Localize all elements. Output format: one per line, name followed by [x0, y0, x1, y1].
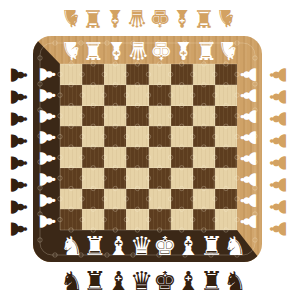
square-f4 — [171, 147, 193, 168]
loose-pieces-top-queen: ♛ — [126, 6, 148, 30]
square-e8 — [149, 64, 171, 85]
square-d8 — [126, 64, 148, 85]
square-e6 — [149, 106, 171, 127]
square-f6 — [171, 106, 193, 127]
loose-pieces-bottom-queen: ♛ — [130, 268, 153, 294]
square-b1 — [82, 209, 104, 230]
frame-cutouts-bottom-queen: ♛ — [130, 233, 153, 259]
loose-pieces-right-pawn: ♟ — [267, 219, 289, 239]
frame-cutouts-bottom-rook: ♜ — [83, 233, 106, 259]
square-e7 — [149, 85, 171, 106]
frame-cutouts-left-pawn: ♟ — [36, 107, 57, 126]
square-g5 — [193, 126, 215, 147]
square-e5 — [149, 126, 171, 147]
loose-pieces-top-knight: ♞ — [215, 6, 237, 30]
frame-cutouts-bottom-knight: ♞ — [223, 233, 246, 259]
square-g7 — [193, 85, 215, 106]
square-g6 — [193, 106, 215, 127]
loose-pieces-right: ♟♟♟♟♟♟♟♟ — [264, 64, 293, 230]
square-a3 — [60, 168, 82, 189]
frame-cutouts-left-pawn: ♟ — [36, 149, 57, 168]
loose-pieces-top-rook: ♜ — [193, 6, 215, 30]
frame-cutouts-left-pawn: ♟ — [36, 212, 57, 231]
square-c4 — [104, 147, 126, 168]
frame-cutouts-left-pawn: ♟ — [36, 86, 57, 105]
frame-cutouts-right-pawn: ♟ — [239, 191, 260, 210]
square-a1 — [60, 209, 82, 230]
loose-pieces-bottom-bishop: ♝ — [107, 268, 130, 294]
square-e2 — [149, 189, 171, 210]
frame-cutouts-top-queen: ♛ — [127, 38, 149, 63]
loose-pieces-top-knight: ♞ — [60, 6, 82, 30]
square-b6 — [82, 106, 104, 127]
square-a2 — [60, 189, 82, 210]
loose-pieces-left-pawn: ♟ — [6, 87, 28, 107]
square-h3 — [215, 168, 237, 189]
loose-pieces-right-pawn: ♟ — [267, 109, 289, 129]
square-f7 — [171, 85, 193, 106]
loose-pieces-top: ♞♜♝♛♚♝♜♞ — [60, 2, 237, 33]
frame-cutouts-top-bishop: ♝ — [172, 38, 194, 63]
square-h4 — [215, 147, 237, 168]
square-d7 — [126, 85, 148, 106]
square-h1 — [215, 209, 237, 230]
square-d1 — [126, 209, 148, 230]
loose-pieces-left-pawn: ♟ — [6, 131, 28, 151]
frame-cutouts-top-knight: ♞ — [217, 38, 239, 63]
square-g8 — [193, 64, 215, 85]
square-a4 — [60, 147, 82, 168]
frame-cutouts-bottom-rook: ♜ — [200, 233, 223, 259]
loose-pieces-left-pawn: ♟ — [6, 65, 28, 85]
square-f5 — [171, 126, 193, 147]
frame-cutouts-right-pawn: ♟ — [239, 65, 260, 84]
square-b8 — [82, 64, 104, 85]
square-h8 — [215, 64, 237, 85]
loose-pieces-bottom-rook: ♜ — [83, 268, 106, 294]
frame-cutouts-bottom: ♞♜♝♛♚♝♜♞ — [60, 230, 237, 262]
square-c6 — [104, 106, 126, 127]
frame-cutouts-right-pawn: ♟ — [239, 86, 260, 105]
square-c8 — [104, 64, 126, 85]
loose-pieces-top-king: ♚ — [149, 6, 171, 30]
square-d3 — [126, 168, 148, 189]
frame-cutouts-right-pawn: ♟ — [239, 107, 260, 126]
loose-pieces-left-pawn: ♟ — [6, 153, 28, 173]
loose-pieces-right-pawn: ♟ — [267, 175, 289, 195]
square-f2 — [171, 189, 193, 210]
square-h5 — [215, 126, 237, 147]
loose-pieces-bottom-knight: ♞ — [60, 268, 83, 294]
square-d2 — [126, 189, 148, 210]
loose-pieces-top-rook: ♜ — [82, 6, 104, 30]
square-b3 — [82, 168, 104, 189]
loose-pieces-bottom-bishop: ♝ — [177, 268, 200, 294]
frame-cutouts-right-pawn: ♟ — [239, 149, 260, 168]
frame-cutouts-top: ♞♜♝♛♚♝♜♞ — [60, 36, 237, 64]
square-h7 — [215, 85, 237, 106]
square-c5 — [104, 126, 126, 147]
loose-pieces-top-bishop: ♝ — [104, 6, 126, 30]
frame-cutouts-top-knight: ♞ — [60, 38, 82, 63]
square-d5 — [126, 126, 148, 147]
square-e4 — [149, 147, 171, 168]
loose-pieces-right-pawn: ♟ — [267, 131, 289, 151]
loose-pieces-left: ♟♟♟♟♟♟♟♟ — [3, 64, 32, 230]
frame-cutouts-left-pawn: ♟ — [36, 170, 57, 189]
square-e3 — [149, 168, 171, 189]
square-d4 — [126, 147, 148, 168]
frame-cutouts-top-rook: ♜ — [195, 38, 217, 63]
square-h6 — [215, 106, 237, 127]
frame-cutouts-bottom-king: ♚ — [153, 233, 176, 259]
loose-pieces-right-pawn: ♟ — [267, 87, 289, 107]
square-c3 — [104, 168, 126, 189]
loose-pieces-bottom: ♞♜♝♛♚♝♜♞ — [60, 264, 237, 298]
loose-pieces-bottom-king: ♚ — [153, 268, 176, 294]
frame-cutouts-top-king: ♚ — [150, 38, 172, 63]
square-a8 — [60, 64, 82, 85]
square-b4 — [82, 147, 104, 168]
frame-cutouts-right-pawn: ♟ — [239, 212, 260, 231]
frame-cutouts-bottom-bishop: ♝ — [107, 233, 130, 259]
frame-cutouts-left-pawn: ♟ — [36, 191, 57, 210]
square-c2 — [104, 189, 126, 210]
square-b5 — [82, 126, 104, 147]
square-b2 — [82, 189, 104, 210]
loose-pieces-bottom-rook: ♜ — [200, 268, 223, 294]
square-f3 — [171, 168, 193, 189]
puzzle-chessboard: ♞♜♝♛♚♝♜♞ ♞♜♝♛♚♝♜♞ ♟♟♟♟♟♟♟♟ ♟♟♟♟♟♟♟♟ — [33, 36, 262, 262]
square-b7 — [82, 85, 104, 106]
frame-cutouts-bottom-bishop: ♝ — [177, 233, 200, 259]
square-d6 — [126, 106, 148, 127]
loose-pieces-top-bishop: ♝ — [171, 6, 193, 30]
loose-pieces-left-pawn: ♟ — [6, 219, 28, 239]
square-h2 — [215, 189, 237, 210]
product-photo-stage: ♞♜♝♛♚♝♜♞ ♞♜♝♛♚♝♜♞ ♞♜♝♛♚♝♜♞ ♟♟♟♟♟♟♟♟ ♟♟♟♟… — [0, 0, 296, 300]
square-f8 — [171, 64, 193, 85]
square-g4 — [193, 147, 215, 168]
frame-cutouts-bottom-knight: ♞ — [60, 233, 83, 259]
loose-pieces-right-pawn: ♟ — [267, 197, 289, 217]
loose-pieces-left-pawn: ♟ — [6, 175, 28, 195]
frame-cutouts-right-pawn: ♟ — [239, 128, 260, 147]
square-g1 — [193, 209, 215, 230]
loose-pieces-left-pawn: ♟ — [6, 109, 28, 129]
square-a6 — [60, 106, 82, 127]
square-g3 — [193, 168, 215, 189]
chessboard — [60, 64, 237, 230]
frame-cutouts-right: ♟♟♟♟♟♟♟♟ — [237, 64, 262, 230]
loose-pieces-right-pawn: ♟ — [267, 153, 289, 173]
loose-pieces-right-pawn: ♟ — [267, 65, 289, 85]
square-c1 — [104, 209, 126, 230]
square-e1 — [149, 209, 171, 230]
frame-cutouts-left-pawn: ♟ — [36, 128, 57, 147]
frame-cutouts-left: ♟♟♟♟♟♟♟♟ — [33, 64, 60, 230]
frame-cutouts-right-pawn: ♟ — [239, 170, 260, 189]
loose-pieces-left-pawn: ♟ — [6, 197, 28, 217]
frame-cutouts-top-rook: ♜ — [82, 38, 104, 63]
square-f1 — [171, 209, 193, 230]
frame-cutouts-top-bishop: ♝ — [105, 38, 127, 63]
loose-pieces-bottom-knight: ♞ — [223, 268, 246, 294]
square-a5 — [60, 126, 82, 147]
square-a7 — [60, 85, 82, 106]
square-g2 — [193, 189, 215, 210]
frame-cutouts-left-pawn: ♟ — [36, 65, 57, 84]
square-c7 — [104, 85, 126, 106]
